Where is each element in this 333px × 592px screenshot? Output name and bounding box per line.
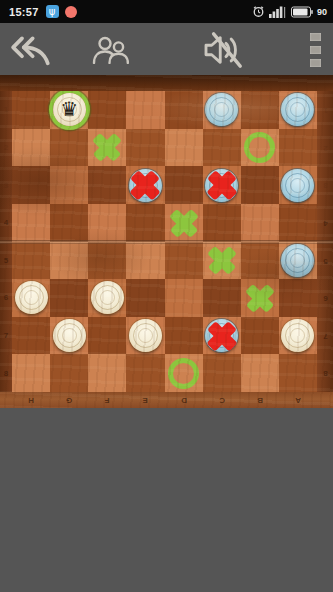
cell-F2[interactable] — [88, 129, 126, 167]
cell-G3[interactable] — [50, 166, 88, 204]
cell-A5[interactable] — [279, 242, 317, 280]
menu-square-icon — [310, 59, 321, 67]
board-frame-left — [0, 91, 12, 392]
cell-E2[interactable] — [126, 129, 164, 167]
cell-D4[interactable] — [165, 204, 203, 242]
cell-D7[interactable] — [165, 317, 203, 355]
blue-piece[interactable] — [281, 93, 314, 126]
overflow-menu-button[interactable] — [310, 33, 322, 67]
battery-icon — [291, 6, 313, 18]
cell-C2[interactable] — [203, 129, 241, 167]
cell-B2[interactable] — [241, 129, 279, 167]
cell-H4[interactable] — [12, 204, 50, 242]
board-frame-top — [0, 75, 333, 91]
cell-C1[interactable] — [203, 91, 241, 129]
cell-F3[interactable] — [88, 166, 126, 204]
alarm-icon — [252, 5, 265, 18]
cell-E7[interactable] — [126, 317, 164, 355]
cell-C8[interactable] — [203, 354, 241, 392]
cell-E5[interactable] — [126, 242, 164, 280]
clock-time: 15:57 — [9, 6, 39, 18]
cell-C6[interactable] — [203, 279, 241, 317]
sound-muted-button[interactable] — [200, 31, 250, 69]
cell-H7[interactable] — [12, 317, 50, 355]
cell-F4[interactable] — [88, 204, 126, 242]
usb-icon: ψ — [46, 5, 59, 18]
cell-E3[interactable] — [126, 166, 164, 204]
cell-F7[interactable] — [88, 317, 126, 355]
blue-piece[interactable] — [205, 169, 238, 202]
cell-E6[interactable] — [126, 279, 164, 317]
green-ring-marker — [244, 132, 275, 163]
white-piece[interactable] — [15, 281, 48, 314]
cell-F8[interactable] — [88, 354, 126, 392]
board-grid: ♛ — [12, 91, 317, 392]
cell-D3[interactable] — [165, 166, 203, 204]
cell-A2[interactable] — [279, 129, 317, 167]
cell-H3[interactable] — [12, 166, 50, 204]
cell-D6[interactable] — [165, 279, 203, 317]
blue-piece[interactable] — [205, 93, 238, 126]
cell-C7[interactable] — [203, 317, 241, 355]
cell-G8[interactable] — [50, 354, 88, 392]
green-ring-marker — [168, 358, 199, 389]
king-crown-icon: ♛ — [53, 93, 86, 126]
white-piece[interactable] — [281, 319, 314, 352]
cell-B8[interactable] — [241, 354, 279, 392]
cell-A6[interactable] — [279, 279, 317, 317]
cell-E8[interactable] — [126, 354, 164, 392]
cell-D2[interactable] — [165, 129, 203, 167]
status-bar: 15:57 ψ 90 — [0, 0, 333, 23]
cell-C4[interactable] — [203, 204, 241, 242]
cell-H2[interactable] — [12, 129, 50, 167]
cell-B6[interactable] — [241, 279, 279, 317]
menu-square-icon — [310, 46, 321, 54]
cell-B4[interactable] — [241, 204, 279, 242]
selected-white-king-piece[interactable]: ♛ — [53, 93, 86, 126]
cell-A3[interactable] — [279, 166, 317, 204]
cell-A4[interactable] — [279, 204, 317, 242]
blue-piece[interactable] — [281, 244, 314, 277]
cell-E4[interactable] — [126, 204, 164, 242]
cell-H5[interactable] — [12, 242, 50, 280]
cell-B5[interactable] — [241, 242, 279, 280]
cell-D5[interactable] — [165, 242, 203, 280]
app-screen: 15:57 ψ 90 — [0, 0, 333, 592]
cell-A8[interactable] — [279, 354, 317, 392]
blue-piece[interactable] — [129, 169, 162, 202]
cell-F1[interactable] — [88, 91, 126, 129]
cell-G2[interactable] — [50, 129, 88, 167]
cell-G5[interactable] — [50, 242, 88, 280]
cell-H6[interactable] — [12, 279, 50, 317]
cell-G1[interactable]: ♛ — [50, 91, 88, 129]
cell-A7[interactable] — [279, 317, 317, 355]
checkers-board: ♛ 12345678 12345678 HGFEDCBA — [0, 75, 333, 408]
blue-piece[interactable] — [205, 319, 238, 352]
cell-D1[interactable] — [165, 91, 203, 129]
board-frame-bottom — [0, 392, 333, 408]
cell-B7[interactable] — [241, 317, 279, 355]
board-frame-right — [317, 91, 333, 392]
cell-H1[interactable] — [12, 91, 50, 129]
cell-D8[interactable] — [165, 354, 203, 392]
cell-C5[interactable] — [203, 242, 241, 280]
blue-piece[interactable] — [281, 169, 314, 202]
battery-percent: 90 — [317, 7, 327, 17]
cell-B1[interactable] — [241, 91, 279, 129]
cell-E1[interactable] — [126, 91, 164, 129]
cell-B3[interactable] — [241, 166, 279, 204]
white-piece[interactable] — [53, 319, 86, 352]
cell-A1[interactable] — [279, 91, 317, 129]
cell-G4[interactable] — [50, 204, 88, 242]
cell-G6[interactable] — [50, 279, 88, 317]
cell-H8[interactable] — [12, 354, 50, 392]
cell-F5[interactable] — [88, 242, 126, 280]
toolbar — [0, 23, 333, 75]
cell-G7[interactable] — [50, 317, 88, 355]
cell-C3[interactable] — [203, 166, 241, 204]
players-button[interactable] — [90, 36, 132, 64]
white-piece[interactable] — [129, 319, 162, 352]
signal-icon — [269, 5, 287, 18]
menu-square-icon — [310, 33, 321, 41]
cell-F6[interactable] — [88, 279, 126, 317]
notification-dot-icon — [65, 6, 77, 18]
undo-back-button[interactable] — [8, 34, 52, 66]
white-piece[interactable] — [91, 281, 124, 314]
